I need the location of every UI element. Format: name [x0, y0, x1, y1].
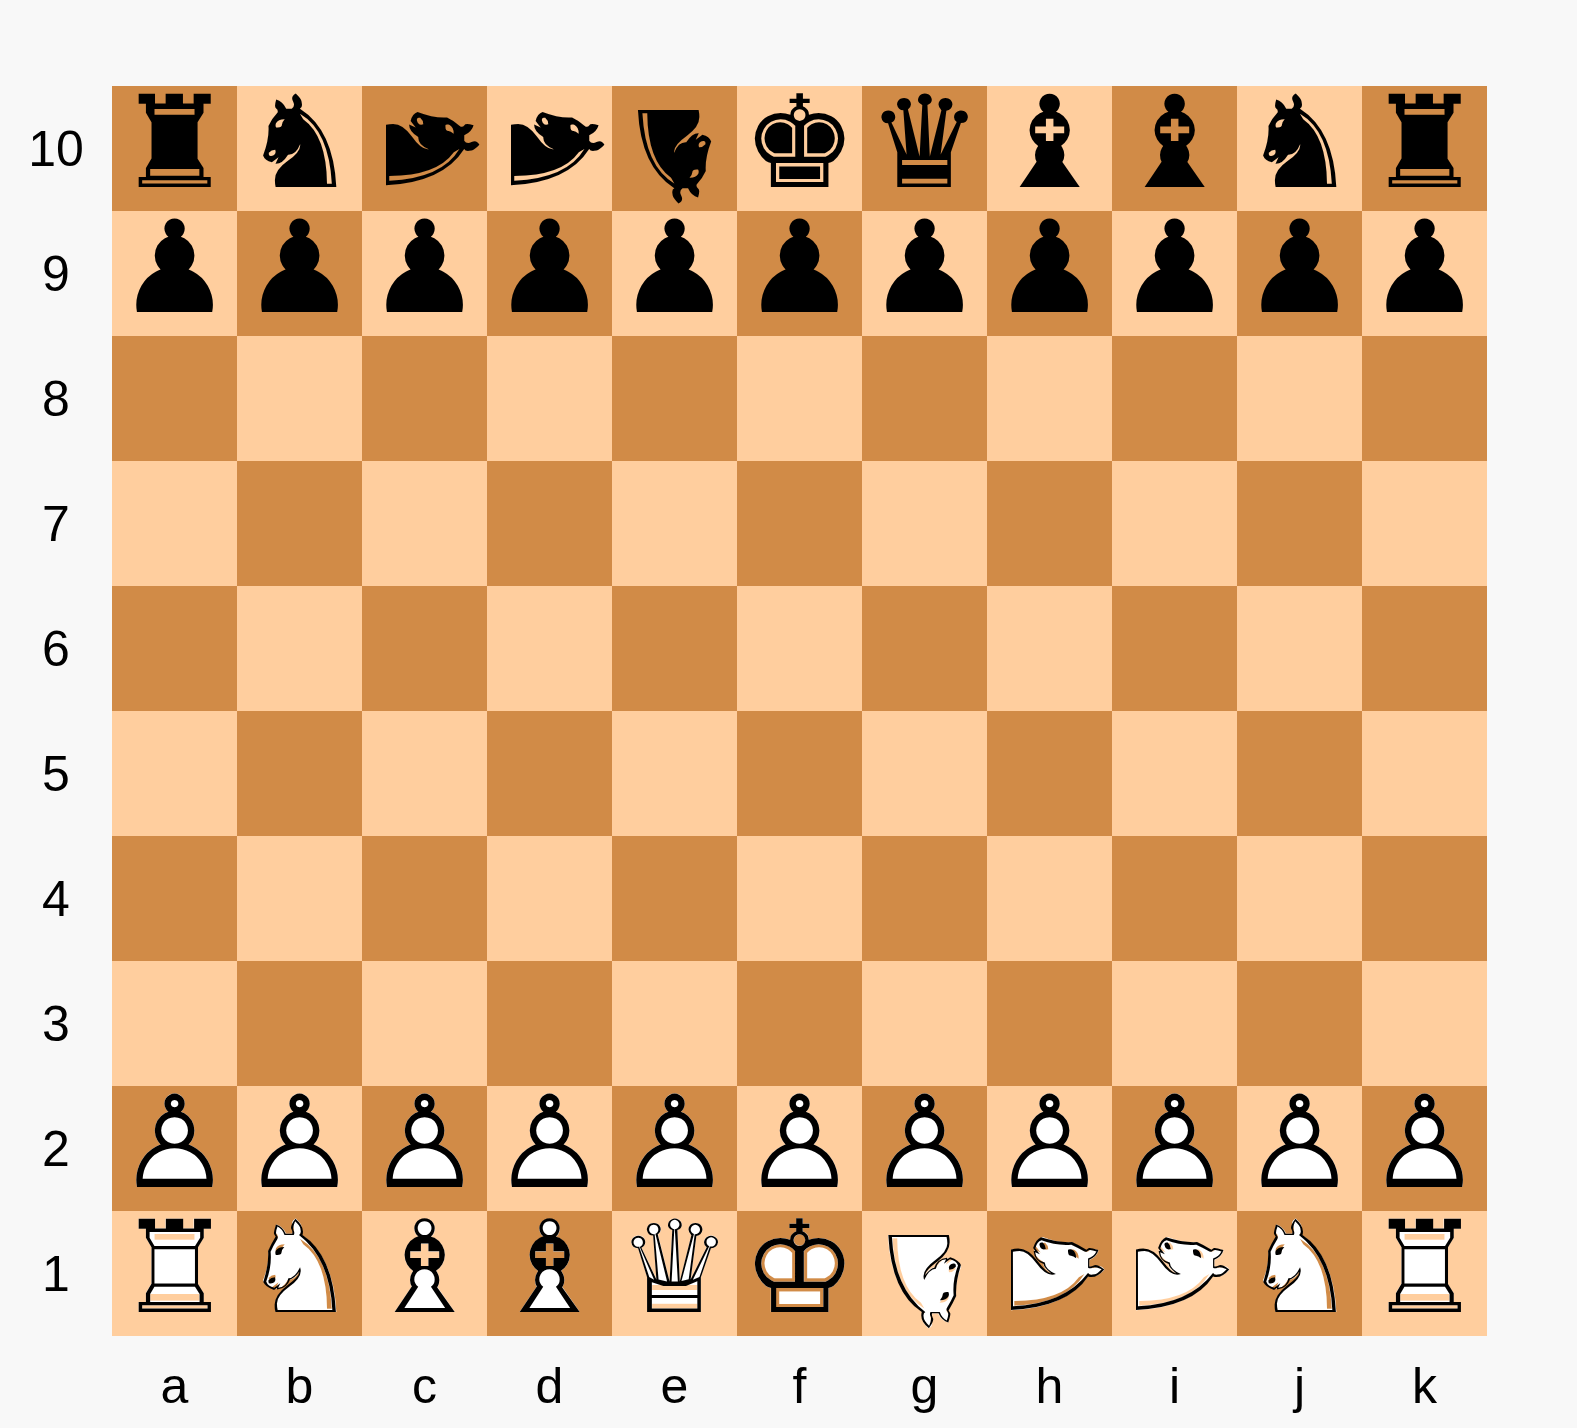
- black-pawn[interactable]: ♟: [612, 211, 737, 336]
- square-h1[interactable]: ♘: [987, 1211, 1112, 1336]
- square-i8[interactable]: [1112, 336, 1237, 461]
- square-k5[interactable]: [1362, 711, 1487, 836]
- square-d7[interactable]: [487, 461, 612, 586]
- square-b5[interactable]: [237, 711, 362, 836]
- rank-label-10: 10: [0, 86, 112, 211]
- board-rank-9: 9♟♟♟♟♟♟♟♟♟♟♟: [0, 211, 1577, 336]
- white-pawn[interactable]: ♙: [987, 1086, 1112, 1211]
- square-g4[interactable]: [862, 836, 987, 961]
- chessboard: 10♜♞♞♞♞♚♛♝♝♞♜9♟♟♟♟♟♟♟♟♟♟♟8765432♙♙♙♙♙♙♙♙…: [0, 0, 1577, 1428]
- square-j1[interactable]: ♘: [1237, 1211, 1362, 1336]
- square-c9[interactable]: ♟: [362, 211, 487, 336]
- white-rook[interactable]: ♖: [112, 1211, 237, 1336]
- file-label-k: k: [1362, 1336, 1487, 1428]
- square-k8[interactable]: [1362, 336, 1487, 461]
- square-j8[interactable]: [1237, 336, 1362, 461]
- square-c4[interactable]: [362, 836, 487, 961]
- square-c6[interactable]: [362, 586, 487, 711]
- square-k6[interactable]: [1362, 586, 1487, 711]
- white-pawn[interactable]: ♙: [862, 1086, 987, 1211]
- square-f9[interactable]: ♟: [737, 211, 862, 336]
- white-bishop[interactable]: ♗: [487, 1211, 612, 1336]
- square-c1[interactable]: ♗: [362, 1211, 487, 1336]
- white-queen[interactable]: ♕: [612, 1211, 737, 1336]
- rank-label-9: 9: [0, 211, 112, 336]
- white-knight[interactable]: ♘: [237, 1211, 362, 1336]
- black-pawn[interactable]: ♟: [112, 211, 237, 336]
- square-b9[interactable]: ♟: [237, 211, 362, 336]
- black-pawn[interactable]: ♟: [862, 211, 987, 336]
- black-pawn[interactable]: ♟: [1362, 211, 1487, 336]
- square-h6[interactable]: [987, 586, 1112, 711]
- square-g8[interactable]: [862, 336, 987, 461]
- square-i2[interactable]: ♙: [1112, 1086, 1237, 1211]
- file-label-d: d: [487, 1336, 612, 1428]
- square-h8[interactable]: [987, 336, 1112, 461]
- square-e8[interactable]: [612, 336, 737, 461]
- square-i9[interactable]: ♟: [1112, 211, 1237, 336]
- square-f4[interactable]: [737, 836, 862, 961]
- black-pawn[interactable]: ♟: [1237, 211, 1362, 336]
- square-g7[interactable]: [862, 461, 987, 586]
- white-rook[interactable]: ♖: [1362, 1211, 1487, 1336]
- square-a7[interactable]: [112, 461, 237, 586]
- square-j6[interactable]: [1237, 586, 1362, 711]
- square-f5[interactable]: [737, 711, 862, 836]
- square-h4[interactable]: [987, 836, 1112, 961]
- square-g1[interactable]: ♘: [862, 1211, 987, 1336]
- file-label-c: c: [362, 1336, 487, 1428]
- square-h7[interactable]: [987, 461, 1112, 586]
- square-d1[interactable]: ♗: [487, 1211, 612, 1336]
- square-e5[interactable]: [612, 711, 737, 836]
- square-j5[interactable]: [1237, 711, 1362, 836]
- square-d4[interactable]: [487, 836, 612, 961]
- rank-label-6: 6: [0, 586, 112, 711]
- square-b7[interactable]: [237, 461, 362, 586]
- black-pawn[interactable]: ♟: [737, 211, 862, 336]
- square-g5[interactable]: [862, 711, 987, 836]
- square-k7[interactable]: [1362, 461, 1487, 586]
- black-pawn[interactable]: ♟: [1112, 211, 1237, 336]
- board-rank-6: 6: [0, 586, 1577, 711]
- corner-spacer: [0, 1336, 112, 1428]
- black-pawn[interactable]: ♟: [362, 211, 487, 336]
- rank-label-4: 4: [0, 836, 112, 961]
- square-i7[interactable]: [1112, 461, 1237, 586]
- square-a5[interactable]: [112, 711, 237, 836]
- file-label-h: h: [987, 1336, 1112, 1428]
- square-d6[interactable]: [487, 586, 612, 711]
- square-j9[interactable]: ♟: [1237, 211, 1362, 336]
- file-labels: abcdefghijk: [0, 1336, 1577, 1428]
- square-f1[interactable]: ♔: [737, 1211, 862, 1336]
- white-king[interactable]: ♔: [737, 1211, 862, 1336]
- board-rank-5: 5: [0, 711, 1577, 836]
- square-k9[interactable]: ♟: [1362, 211, 1487, 336]
- square-e1[interactable]: ♕: [612, 1211, 737, 1336]
- square-a6[interactable]: [112, 586, 237, 711]
- square-b8[interactable]: [237, 336, 362, 461]
- square-f6[interactable]: [737, 586, 862, 711]
- rank-label-5: 5: [0, 711, 112, 836]
- square-i1[interactable]: ♘: [1112, 1211, 1237, 1336]
- square-g2[interactable]: ♙: [862, 1086, 987, 1211]
- square-c7[interactable]: [362, 461, 487, 586]
- board-grid: 10♜♞♞♞♞♚♛♝♝♞♜9♟♟♟♟♟♟♟♟♟♟♟8765432♙♙♙♙♙♙♙♙…: [0, 86, 1577, 1336]
- square-a9[interactable]: ♟: [112, 211, 237, 336]
- square-i5[interactable]: [1112, 711, 1237, 836]
- square-k4[interactable]: [1362, 836, 1487, 961]
- square-g6[interactable]: [862, 586, 987, 711]
- black-pawn[interactable]: ♟: [487, 211, 612, 336]
- square-e7[interactable]: [612, 461, 737, 586]
- square-b6[interactable]: [237, 586, 362, 711]
- file-label-a: a: [112, 1336, 237, 1428]
- square-e6[interactable]: [612, 586, 737, 711]
- board-rank-4: 4: [0, 836, 1577, 961]
- square-f8[interactable]: [737, 336, 862, 461]
- square-d8[interactable]: [487, 336, 612, 461]
- square-h2[interactable]: ♙: [987, 1086, 1112, 1211]
- white-pawn[interactable]: ♙: [1112, 1086, 1237, 1211]
- square-a8[interactable]: [112, 336, 237, 461]
- rank-label-3: 3: [0, 961, 112, 1086]
- square-k1[interactable]: ♖: [1362, 1211, 1487, 1336]
- square-b4[interactable]: [237, 836, 362, 961]
- square-b1[interactable]: ♘: [237, 1211, 362, 1336]
- file-label-e: e: [612, 1336, 737, 1428]
- rank-label-7: 7: [0, 461, 112, 586]
- square-j4[interactable]: [1237, 836, 1362, 961]
- file-label-j: j: [1237, 1336, 1362, 1428]
- board-rank-8: 8: [0, 336, 1577, 461]
- white-camel[interactable]: ♘: [987, 1211, 1112, 1336]
- square-i4[interactable]: [1112, 836, 1237, 961]
- rank-label-1: 1: [0, 1211, 112, 1336]
- board-rank-1: 1♖♘♗♗♕♔♘♘♘♘♖: [0, 1211, 1577, 1336]
- black-pawn[interactable]: ♟: [987, 211, 1112, 336]
- rank-label-8: 8: [0, 336, 112, 461]
- square-d5[interactable]: [487, 711, 612, 836]
- board-rank-7: 7: [0, 461, 1577, 586]
- square-h5[interactable]: [987, 711, 1112, 836]
- square-d9[interactable]: ♟: [487, 211, 612, 336]
- file-label-i: i: [1112, 1336, 1237, 1428]
- square-h9[interactable]: ♟: [987, 211, 1112, 336]
- square-e9[interactable]: ♟: [612, 211, 737, 336]
- file-label-f: f: [737, 1336, 862, 1428]
- square-e4[interactable]: [612, 836, 737, 961]
- square-f7[interactable]: [737, 461, 862, 586]
- square-j7[interactable]: [1237, 461, 1362, 586]
- white-knight[interactable]: ♘: [1237, 1211, 1362, 1336]
- square-i6[interactable]: [1112, 586, 1237, 711]
- white-camel[interactable]: ♘: [1112, 1211, 1237, 1336]
- square-a1[interactable]: ♖: [112, 1211, 237, 1336]
- square-c8[interactable]: [362, 336, 487, 461]
- square-c5[interactable]: [362, 711, 487, 836]
- file-label-b: b: [237, 1336, 362, 1428]
- white-wildebeest[interactable]: ♘: [862, 1211, 987, 1336]
- square-g9[interactable]: ♟: [862, 211, 987, 336]
- rank-label-2: 2: [0, 1086, 112, 1211]
- black-pawn[interactable]: ♟: [237, 211, 362, 336]
- square-a4[interactable]: [112, 836, 237, 961]
- white-bishop[interactable]: ♗: [362, 1211, 487, 1336]
